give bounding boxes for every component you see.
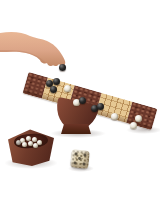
bowl-marble-white[interactable] xyxy=(26,136,31,141)
marble-bowl[interactable] xyxy=(8,128,54,166)
board-marble-black[interactable] xyxy=(79,97,86,104)
bowl-marble-white[interactable] xyxy=(33,143,38,148)
board-marble-black[interactable] xyxy=(97,103,104,110)
board-marble-black[interactable] xyxy=(53,78,60,85)
board-marble-white[interactable] xyxy=(130,122,137,129)
bowl-marble-gray[interactable] xyxy=(16,140,21,145)
hand-silhouette xyxy=(0,32,65,66)
die-pip xyxy=(73,161,76,164)
pedestal xyxy=(61,124,91,134)
hand-shading xyxy=(0,50,56,66)
product-photo-stage: A hand reaches in from the left and drop… xyxy=(0,0,160,213)
die-pip xyxy=(78,157,81,160)
die-pip xyxy=(74,152,77,155)
board-marble-black[interactable] xyxy=(50,86,57,93)
board-marble-white[interactable] xyxy=(135,115,142,122)
die[interactable] xyxy=(70,149,90,169)
scene-caption: A hand reaches in from the left and drop… xyxy=(0,0,1,1)
die-pip xyxy=(83,153,86,156)
held-marble-black[interactable] xyxy=(59,64,66,71)
board-marble-white[interactable] xyxy=(64,85,71,92)
die-pip xyxy=(82,162,85,165)
bowl-marble-white[interactable] xyxy=(28,141,33,146)
board-marble-white[interactable] xyxy=(111,113,118,120)
bowl-marble-white[interactable] xyxy=(22,142,27,147)
